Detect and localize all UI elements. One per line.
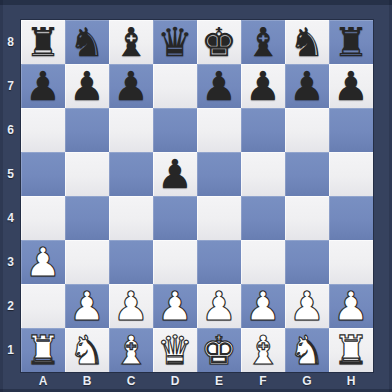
chess-diagram: 87654321 ♜♞♝♛♚♝♞♜♟♟♟♟♟♟♟♟♟♟♟♟♟♟♟♟♜♞♝♛♚♝♞… [0,0,392,392]
white-pawn-icon: ♟ [113,284,149,328]
white-pawn-icon: ♟ [69,284,105,328]
square-b8[interactable]: ♞ [65,20,109,64]
square-d8[interactable]: ♛ [153,20,197,64]
square-g4[interactable] [285,196,329,240]
file-label-f: F [241,372,285,390]
square-f1[interactable]: ♝ [241,328,285,372]
black-knight-icon: ♞ [69,20,105,64]
square-h3[interactable] [329,240,373,284]
square-c8[interactable]: ♝ [109,20,153,64]
square-e4[interactable] [197,196,241,240]
black-bishop-icon: ♝ [245,20,281,64]
square-f5[interactable] [241,152,285,196]
white-rook-icon: ♜ [333,328,369,372]
black-pawn-icon: ♟ [113,64,149,108]
square-a7[interactable]: ♟ [21,64,65,108]
square-f6[interactable] [241,108,285,152]
square-b3[interactable] [65,240,109,284]
square-h6[interactable] [329,108,373,152]
square-h8[interactable]: ♜ [329,20,373,64]
square-e6[interactable] [197,108,241,152]
white-pawn-icon: ♟ [201,284,237,328]
file-label-a: A [21,372,65,390]
square-b7[interactable]: ♟ [65,64,109,108]
black-rook-icon: ♜ [25,20,61,64]
black-pawn-icon: ♟ [333,64,369,108]
square-d7[interactable] [153,64,197,108]
square-g8[interactable]: ♞ [285,20,329,64]
square-a4[interactable] [21,196,65,240]
rank-label-4: 4 [0,196,21,240]
square-a5[interactable] [21,152,65,196]
square-g7[interactable]: ♟ [285,64,329,108]
white-queen-icon: ♛ [157,328,193,372]
black-pawn-icon: ♟ [157,152,193,196]
square-c6[interactable] [109,108,153,152]
black-pawn-icon: ♟ [289,64,325,108]
square-e7[interactable]: ♟ [197,64,241,108]
black-pawn-icon: ♟ [25,64,61,108]
square-c4[interactable] [109,196,153,240]
white-pawn-icon: ♟ [25,240,61,284]
black-bishop-icon: ♝ [113,20,149,64]
square-f2[interactable]: ♟ [241,284,285,328]
black-rook-icon: ♜ [333,20,369,64]
square-a3[interactable]: ♟ [21,240,65,284]
black-knight-icon: ♞ [289,20,325,64]
black-king-icon: ♚ [201,20,237,64]
square-g3[interactable] [285,240,329,284]
file-label-h: H [329,372,373,390]
square-a6[interactable] [21,108,65,152]
square-g5[interactable] [285,152,329,196]
white-knight-icon: ♞ [289,328,325,372]
black-pawn-icon: ♟ [201,64,237,108]
square-f4[interactable] [241,196,285,240]
square-h4[interactable] [329,196,373,240]
square-b6[interactable] [65,108,109,152]
square-e1[interactable]: ♚ [197,328,241,372]
square-h5[interactable] [329,152,373,196]
square-a1[interactable]: ♜ [21,328,65,372]
rank-labels: 87654321 [0,20,21,372]
square-h7[interactable]: ♟ [329,64,373,108]
square-a2[interactable] [21,284,65,328]
square-d2[interactable]: ♟ [153,284,197,328]
black-pawn-icon: ♟ [245,64,281,108]
square-f8[interactable]: ♝ [241,20,285,64]
file-label-e: E [197,372,241,390]
square-g2[interactable]: ♟ [285,284,329,328]
square-h2[interactable]: ♟ [329,284,373,328]
white-bishop-icon: ♝ [245,328,281,372]
rank-label-8: 8 [0,20,21,64]
white-pawn-icon: ♟ [289,284,325,328]
white-bishop-icon: ♝ [113,328,149,372]
square-g6[interactable] [285,108,329,152]
white-rook-icon: ♜ [25,328,61,372]
square-b2[interactable]: ♟ [65,284,109,328]
file-labels: ABCDEFGH [21,372,373,390]
file-label-d: D [153,372,197,390]
rank-label-7: 7 [0,64,21,108]
square-e2[interactable]: ♟ [197,284,241,328]
square-h1[interactable]: ♜ [329,328,373,372]
square-c1[interactable]: ♝ [109,328,153,372]
square-d3[interactable] [153,240,197,284]
white-pawn-icon: ♟ [157,284,193,328]
rank-label-5: 5 [0,152,21,196]
square-e5[interactable] [197,152,241,196]
square-c2[interactable]: ♟ [109,284,153,328]
black-queen-icon: ♛ [157,20,193,64]
white-knight-icon: ♞ [69,328,105,372]
square-f7[interactable]: ♟ [241,64,285,108]
square-d4[interactable] [153,196,197,240]
square-c3[interactable] [109,240,153,284]
square-d6[interactable] [153,108,197,152]
square-a8[interactable]: ♜ [21,20,65,64]
square-c5[interactable] [109,152,153,196]
file-label-c: C [109,372,153,390]
white-pawn-icon: ♟ [333,284,369,328]
white-pawn-icon: ♟ [245,284,281,328]
rank-label-1: 1 [0,328,21,372]
chess-board: ♜♞♝♛♚♝♞♜♟♟♟♟♟♟♟♟♟♟♟♟♟♟♟♟♜♞♝♛♚♝♞♜ [21,20,373,372]
square-b1[interactable]: ♞ [65,328,109,372]
square-c7[interactable]: ♟ [109,64,153,108]
file-label-g: G [285,372,329,390]
square-b4[interactable] [65,196,109,240]
square-g1[interactable]: ♞ [285,328,329,372]
black-pawn-icon: ♟ [69,64,105,108]
file-label-b: B [65,372,109,390]
rank-label-3: 3 [0,240,21,284]
rank-label-2: 2 [0,284,21,328]
square-b5[interactable] [65,152,109,196]
rank-label-6: 6 [0,108,21,152]
square-e3[interactable] [197,240,241,284]
square-e8[interactable]: ♚ [197,20,241,64]
square-d5[interactable]: ♟ [153,152,197,196]
square-d1[interactable]: ♛ [153,328,197,372]
square-f3[interactable] [241,240,285,284]
white-king-icon: ♚ [201,328,237,372]
